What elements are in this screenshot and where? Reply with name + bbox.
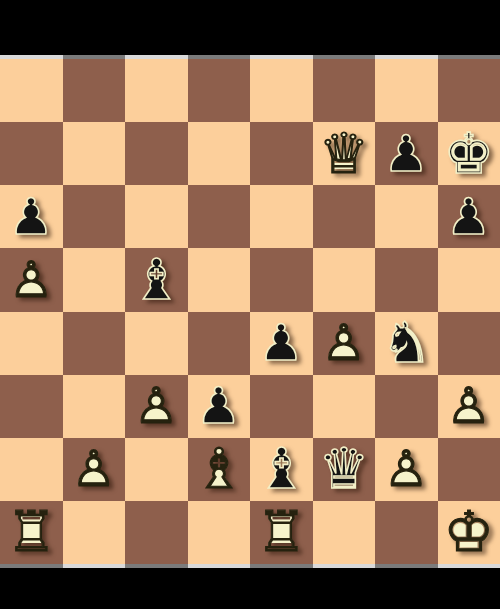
- square-g1[interactable]: [375, 501, 438, 564]
- square-a2[interactable]: [0, 438, 63, 501]
- square-d4[interactable]: [188, 312, 251, 375]
- pawn-outline-icon: ♙: [313, 312, 376, 375]
- square-c1[interactable]: [125, 501, 188, 564]
- square-d8[interactable]: [188, 59, 251, 122]
- square-f5[interactable]: [313, 248, 376, 311]
- square-c8[interactable]: [125, 59, 188, 122]
- square-b6[interactable]: [63, 185, 126, 248]
- square-f4[interactable]: ♟♙: [313, 312, 376, 375]
- piece-black-pawn-h6[interactable]: ♟: [438, 185, 500, 248]
- pawn-icon: ♟: [438, 185, 500, 248]
- square-d6[interactable]: [188, 185, 251, 248]
- chess-board: ♛♕♟♚♟♟♟♙♝♟♟♙♞♟♙♟♟♙♟♙♝♗♝♛♟♙♜♖♜♖♚♔: [0, 59, 500, 564]
- piece-white-pawn-a5[interactable]: ♟♙: [0, 248, 63, 311]
- square-g8[interactable]: [375, 59, 438, 122]
- square-d3[interactable]: ♟: [188, 375, 251, 438]
- square-a6[interactable]: ♟: [0, 185, 63, 248]
- piece-black-king-h7[interactable]: ♚: [438, 122, 500, 185]
- piece-black-pawn-g7[interactable]: ♟: [375, 122, 438, 185]
- square-e4[interactable]: ♟: [250, 312, 313, 375]
- square-f2[interactable]: ♛: [313, 438, 376, 501]
- square-c5[interactable]: ♝: [125, 248, 188, 311]
- piece-black-bishop-e2[interactable]: ♝: [250, 438, 313, 501]
- square-e8[interactable]: [250, 59, 313, 122]
- square-e7[interactable]: [250, 122, 313, 185]
- queen-outline-icon: ♕: [313, 122, 376, 185]
- letterbox-top: [0, 0, 500, 55]
- square-d7[interactable]: [188, 122, 251, 185]
- square-h2[interactable]: [438, 438, 500, 501]
- letterbox-bottom: [0, 568, 500, 609]
- rook-outline-icon: ♖: [0, 501, 63, 564]
- square-e6[interactable]: [250, 185, 313, 248]
- square-b7[interactable]: [63, 122, 126, 185]
- square-f6[interactable]: [313, 185, 376, 248]
- piece-white-pawn-b2[interactable]: ♟♙: [63, 438, 126, 501]
- square-c7[interactable]: [125, 122, 188, 185]
- bishop-icon: ♝: [125, 248, 188, 311]
- square-f8[interactable]: [313, 59, 376, 122]
- pawn-icon: ♟: [188, 375, 251, 438]
- bishop-icon: ♝: [250, 438, 313, 501]
- square-b3[interactable]: [63, 375, 126, 438]
- square-e1[interactable]: ♜♖: [250, 501, 313, 564]
- screenshot-root: ♛♕♟♚♟♟♟♙♝♟♟♙♞♟♙♟♟♙♟♙♝♗♝♛♟♙♜♖♜♖♚♔: [0, 0, 500, 609]
- square-f7[interactable]: ♛♕: [313, 122, 376, 185]
- piece-black-bishop-c5[interactable]: ♝: [125, 248, 188, 311]
- piece-white-king-h1[interactable]: ♚♔: [438, 501, 500, 564]
- square-c2[interactable]: [125, 438, 188, 501]
- square-f3[interactable]: [313, 375, 376, 438]
- square-a1[interactable]: ♜♖: [0, 501, 63, 564]
- square-b8[interactable]: [63, 59, 126, 122]
- square-g4[interactable]: ♞: [375, 312, 438, 375]
- square-b4[interactable]: [63, 312, 126, 375]
- square-d1[interactable]: [188, 501, 251, 564]
- rook-outline-icon: ♖: [250, 501, 313, 564]
- square-c3[interactable]: ♟♙: [125, 375, 188, 438]
- square-h7[interactable]: ♚: [438, 122, 500, 185]
- piece-white-queen-f7[interactable]: ♛♕: [313, 122, 376, 185]
- square-b5[interactable]: [63, 248, 126, 311]
- square-g6[interactable]: [375, 185, 438, 248]
- square-a7[interactable]: [0, 122, 63, 185]
- piece-black-pawn-d3[interactable]: ♟: [188, 375, 251, 438]
- square-b2[interactable]: ♟♙: [63, 438, 126, 501]
- knight-icon: ♞: [375, 312, 438, 375]
- pawn-outline-icon: ♙: [438, 375, 500, 438]
- pawn-outline-icon: ♙: [125, 375, 188, 438]
- pawn-outline-icon: ♙: [63, 438, 126, 501]
- bishop-outline-icon: ♗: [188, 438, 251, 501]
- piece-black-pawn-e4[interactable]: ♟: [250, 312, 313, 375]
- square-h4[interactable]: [438, 312, 500, 375]
- square-b1[interactable]: [63, 501, 126, 564]
- square-c4[interactable]: [125, 312, 188, 375]
- square-e2[interactable]: ♝: [250, 438, 313, 501]
- square-h6[interactable]: ♟: [438, 185, 500, 248]
- square-c6[interactable]: [125, 185, 188, 248]
- piece-white-bishop-d2[interactable]: ♝♗: [188, 438, 251, 501]
- pawn-icon: ♟: [375, 122, 438, 185]
- piece-black-queen-f2[interactable]: ♛: [313, 438, 376, 501]
- square-g3[interactable]: [375, 375, 438, 438]
- queen-icon: ♛: [313, 438, 376, 501]
- square-g2[interactable]: ♟♙: [375, 438, 438, 501]
- square-h8[interactable]: [438, 59, 500, 122]
- piece-white-pawn-h3[interactable]: ♟♙: [438, 375, 500, 438]
- king-outline-icon: ♔: [438, 501, 500, 564]
- king-icon: ♚: [438, 122, 500, 185]
- piece-white-rook-a1[interactable]: ♜♖: [0, 501, 63, 564]
- square-a4[interactable]: [0, 312, 63, 375]
- piece-black-pawn-a6[interactable]: ♟: [0, 185, 63, 248]
- square-h3[interactable]: ♟♙: [438, 375, 500, 438]
- piece-white-rook-e1[interactable]: ♜♖: [250, 501, 313, 564]
- square-a8[interactable]: [0, 59, 63, 122]
- square-h1[interactable]: ♚♔: [438, 501, 500, 564]
- piece-white-pawn-f4[interactable]: ♟♙: [313, 312, 376, 375]
- square-g5[interactable]: [375, 248, 438, 311]
- square-a5[interactable]: ♟♙: [0, 248, 63, 311]
- square-g7[interactable]: ♟: [375, 122, 438, 185]
- square-d2[interactable]: ♝♗: [188, 438, 251, 501]
- pawn-icon: ♟: [0, 185, 63, 248]
- square-e5[interactable]: [250, 248, 313, 311]
- pawn-outline-icon: ♙: [375, 438, 438, 501]
- piece-white-pawn-g2[interactable]: ♟♙: [375, 438, 438, 501]
- square-e3[interactable]: [250, 375, 313, 438]
- square-a3[interactable]: [0, 375, 63, 438]
- piece-black-knight-g4[interactable]: ♞: [375, 312, 438, 375]
- pawn-outline-icon: ♙: [0, 248, 63, 311]
- square-d5[interactable]: [188, 248, 251, 311]
- square-h5[interactable]: [438, 248, 500, 311]
- piece-white-pawn-c3[interactable]: ♟♙: [125, 375, 188, 438]
- square-f1[interactable]: [313, 501, 376, 564]
- pawn-icon: ♟: [250, 312, 313, 375]
